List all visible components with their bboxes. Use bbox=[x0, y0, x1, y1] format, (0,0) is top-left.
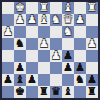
square-d1[interactable] bbox=[50, 2, 62, 14]
piece-black-pawn: ♟ bbox=[63, 50, 73, 62]
square-b4[interactable] bbox=[74, 38, 86, 50]
square-d3[interactable] bbox=[50, 26, 62, 38]
piece-black-knight: ♞ bbox=[15, 38, 25, 50]
square-c1[interactable]: ♝ bbox=[62, 2, 74, 14]
square-c8[interactable]: ♝ bbox=[62, 86, 74, 98]
square-b2[interactable]: ♟ bbox=[74, 14, 86, 26]
square-a4[interactable]: ♟ bbox=[86, 38, 98, 50]
piece-white-rook: ♜ bbox=[87, 2, 97, 14]
square-h3[interactable]: ♟ bbox=[2, 26, 14, 38]
piece-black-rook: ♜ bbox=[39, 86, 49, 98]
square-f2[interactable]: ♟ bbox=[26, 14, 38, 26]
square-b1[interactable] bbox=[74, 2, 86, 14]
piece-black-bishop: ♝ bbox=[63, 86, 73, 98]
square-d5[interactable]: ♟ bbox=[50, 50, 62, 62]
piece-white-pawn: ♟ bbox=[87, 38, 97, 50]
square-e5[interactable] bbox=[38, 50, 50, 62]
piece-white-pawn: ♟ bbox=[3, 26, 13, 38]
square-c4[interactable] bbox=[62, 38, 74, 50]
piece-white-pawn: ♟ bbox=[51, 50, 61, 62]
square-d6[interactable] bbox=[50, 62, 62, 74]
square-a6[interactable] bbox=[86, 62, 98, 74]
square-e6[interactable] bbox=[38, 62, 50, 74]
square-f5[interactable] bbox=[26, 50, 38, 62]
square-c2[interactable]: ♛ bbox=[62, 14, 74, 26]
square-g2[interactable]: ♟ bbox=[14, 14, 26, 26]
square-g5[interactable] bbox=[14, 50, 26, 62]
square-f3[interactable] bbox=[26, 26, 38, 38]
piece-black-king: ♚ bbox=[15, 86, 25, 98]
square-h4[interactable] bbox=[2, 38, 14, 50]
piece-white-rook: ♜ bbox=[39, 2, 49, 14]
piece-white-pawn: ♟ bbox=[75, 14, 85, 26]
square-g7[interactable]: ♝ bbox=[14, 74, 26, 86]
square-e7[interactable] bbox=[38, 74, 50, 86]
piece-white-queen: ♛ bbox=[63, 14, 73, 26]
square-c6[interactable]: ♟ bbox=[62, 62, 74, 74]
square-a2[interactable] bbox=[86, 14, 98, 26]
square-h8[interactable] bbox=[2, 86, 14, 98]
square-h2[interactable] bbox=[2, 14, 14, 26]
square-b3[interactable] bbox=[74, 26, 86, 38]
square-a1[interactable]: ♜ bbox=[86, 2, 98, 14]
square-c3[interactable]: ♞ bbox=[62, 26, 74, 38]
square-d4[interactable] bbox=[50, 38, 62, 50]
square-f6[interactable] bbox=[26, 62, 38, 74]
piece-black-knight: ♞ bbox=[75, 74, 85, 86]
piece-white-pawn: ♟ bbox=[27, 14, 37, 26]
chess-board-frame: ♚♜♝♜♟♟♝♞♛♟♟♞♞♟♟♟♟♟♟♟♟♝♟♞♟♚♜♛♝♜ bbox=[0, 0, 100, 100]
piece-black-queen: ♛ bbox=[51, 86, 61, 98]
square-g1[interactable]: ♚ bbox=[14, 2, 26, 14]
square-e8[interactable]: ♜ bbox=[38, 86, 50, 98]
square-a5[interactable] bbox=[86, 50, 98, 62]
piece-white-bishop: ♝ bbox=[63, 2, 73, 14]
square-f7[interactable]: ♟ bbox=[26, 74, 38, 86]
square-d7[interactable] bbox=[50, 74, 62, 86]
square-c7[interactable] bbox=[62, 74, 74, 86]
square-c5[interactable]: ♟ bbox=[62, 50, 74, 62]
square-b5[interactable] bbox=[74, 50, 86, 62]
square-f4[interactable] bbox=[26, 38, 38, 50]
square-d8[interactable]: ♛ bbox=[50, 86, 62, 98]
piece-black-pawn: ♟ bbox=[63, 62, 73, 74]
piece-white-pawn: ♟ bbox=[39, 38, 49, 50]
square-h1[interactable] bbox=[2, 2, 14, 14]
square-f1[interactable] bbox=[26, 2, 38, 14]
piece-black-pawn: ♟ bbox=[75, 62, 85, 74]
square-g8[interactable]: ♚ bbox=[14, 86, 26, 98]
square-b6[interactable]: ♟ bbox=[74, 62, 86, 74]
square-e2[interactable]: ♝ bbox=[38, 14, 50, 26]
piece-black-rook: ♜ bbox=[87, 86, 97, 98]
piece-black-pawn: ♟ bbox=[15, 62, 25, 74]
piece-black-pawn: ♟ bbox=[27, 74, 37, 86]
square-b7[interactable]: ♞ bbox=[74, 74, 86, 86]
piece-black-bishop: ♝ bbox=[15, 74, 25, 86]
square-a3[interactable] bbox=[86, 26, 98, 38]
piece-black-pawn: ♟ bbox=[3, 74, 13, 86]
piece-white-knight: ♞ bbox=[51, 14, 61, 26]
piece-white-knight: ♞ bbox=[63, 26, 73, 38]
piece-white-bishop: ♝ bbox=[39, 14, 49, 26]
square-g4[interactable]: ♞ bbox=[14, 38, 26, 50]
square-g6[interactable]: ♟ bbox=[14, 62, 26, 74]
square-e4[interactable]: ♟ bbox=[38, 38, 50, 50]
piece-black-pawn: ♟ bbox=[87, 74, 97, 86]
chess-board: ♚♜♝♜♟♟♝♞♛♟♟♞♞♟♟♟♟♟♟♟♟♝♟♞♟♚♜♛♝♜ bbox=[2, 2, 98, 98]
square-e1[interactable]: ♜ bbox=[38, 2, 50, 14]
square-g3[interactable] bbox=[14, 26, 26, 38]
square-e3[interactable] bbox=[38, 26, 50, 38]
piece-white-pawn: ♟ bbox=[15, 14, 25, 26]
square-a8[interactable]: ♜ bbox=[86, 86, 98, 98]
square-d2[interactable]: ♞ bbox=[50, 14, 62, 26]
square-b8[interactable] bbox=[74, 86, 86, 98]
square-h5[interactable] bbox=[2, 50, 14, 62]
square-a7[interactable]: ♟ bbox=[86, 74, 98, 86]
square-h7[interactable]: ♟ bbox=[2, 74, 14, 86]
square-f8[interactable] bbox=[26, 86, 38, 98]
square-h6[interactable] bbox=[2, 62, 14, 74]
piece-white-king: ♚ bbox=[15, 2, 25, 14]
